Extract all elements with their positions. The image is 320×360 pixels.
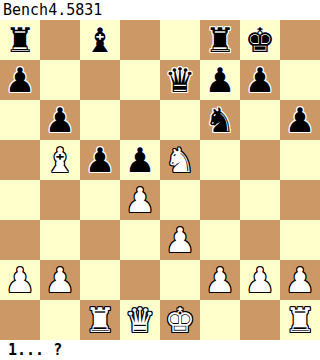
piece-white-knight: ♞ bbox=[165, 140, 195, 180]
square-b7[interactable] bbox=[40, 60, 80, 100]
piece-white-pawn: ♟ bbox=[45, 260, 75, 300]
square-f5[interactable] bbox=[200, 140, 240, 180]
square-g5[interactable] bbox=[240, 140, 280, 180]
square-h4[interactable] bbox=[280, 180, 320, 220]
piece-white-pawn: ♟ bbox=[285, 260, 315, 300]
piece-black-pawn: ♟ bbox=[285, 100, 315, 140]
square-c1[interactable]: ♜ bbox=[80, 300, 120, 340]
square-e2[interactable] bbox=[160, 260, 200, 300]
piece-black-pawn: ♟ bbox=[45, 100, 75, 140]
square-f7[interactable]: ♟ bbox=[200, 60, 240, 100]
piece-black-king: ♚ bbox=[245, 20, 275, 60]
square-d5[interactable]: ♟ bbox=[120, 140, 160, 180]
square-a3[interactable] bbox=[0, 220, 40, 260]
square-c5[interactable]: ♟ bbox=[80, 140, 120, 180]
piece-white-pawn: ♟ bbox=[245, 260, 275, 300]
square-g4[interactable] bbox=[240, 180, 280, 220]
square-e7[interactable]: ♛ bbox=[160, 60, 200, 100]
square-b4[interactable] bbox=[40, 180, 80, 220]
square-a8[interactable]: ♜ bbox=[0, 20, 40, 60]
status-bar: 1... ? bbox=[0, 340, 320, 360]
square-a5[interactable] bbox=[0, 140, 40, 180]
piece-white-pawn: ♟ bbox=[125, 180, 155, 220]
square-e1[interactable]: ♚ bbox=[160, 300, 200, 340]
piece-black-pawn: ♟ bbox=[125, 140, 155, 180]
square-d8[interactable] bbox=[120, 20, 160, 60]
square-g8[interactable]: ♚ bbox=[240, 20, 280, 60]
piece-white-pawn: ♟ bbox=[165, 220, 195, 260]
square-b5[interactable]: ♝ bbox=[40, 140, 80, 180]
square-h8[interactable] bbox=[280, 20, 320, 60]
square-d7[interactable] bbox=[120, 60, 160, 100]
square-g3[interactable] bbox=[240, 220, 280, 260]
square-c4[interactable] bbox=[80, 180, 120, 220]
piece-white-pawn: ♟ bbox=[205, 260, 235, 300]
square-c2[interactable] bbox=[80, 260, 120, 300]
square-d3[interactable] bbox=[120, 220, 160, 260]
piece-black-rook: ♜ bbox=[5, 20, 35, 60]
piece-black-knight: ♞ bbox=[205, 100, 235, 140]
square-d1[interactable]: ♛ bbox=[120, 300, 160, 340]
title-bar: Bench4.5831 bbox=[0, 0, 320, 20]
square-f6[interactable]: ♞ bbox=[200, 100, 240, 140]
square-b1[interactable] bbox=[40, 300, 80, 340]
square-e8[interactable] bbox=[160, 20, 200, 60]
square-e3[interactable]: ♟ bbox=[160, 220, 200, 260]
move-prompt: 1... ? bbox=[0, 341, 62, 359]
square-g2[interactable]: ♟ bbox=[240, 260, 280, 300]
piece-white-rook: ♜ bbox=[285, 300, 315, 340]
square-d2[interactable] bbox=[120, 260, 160, 300]
square-e4[interactable] bbox=[160, 180, 200, 220]
square-h6[interactable]: ♟ bbox=[280, 100, 320, 140]
square-h1[interactable]: ♜ bbox=[280, 300, 320, 340]
square-a2[interactable]: ♟ bbox=[0, 260, 40, 300]
square-b3[interactable] bbox=[40, 220, 80, 260]
page-title: Bench4.5831 bbox=[0, 1, 102, 19]
piece-white-rook: ♜ bbox=[85, 300, 115, 340]
square-c7[interactable] bbox=[80, 60, 120, 100]
square-e6[interactable] bbox=[160, 100, 200, 140]
piece-black-pawn: ♟ bbox=[85, 140, 115, 180]
square-b8[interactable] bbox=[40, 20, 80, 60]
square-f8[interactable]: ♜ bbox=[200, 20, 240, 60]
square-h2[interactable]: ♟ bbox=[280, 260, 320, 300]
square-g7[interactable]: ♟ bbox=[240, 60, 280, 100]
piece-black-bishop: ♝ bbox=[85, 20, 115, 60]
square-c6[interactable] bbox=[80, 100, 120, 140]
square-h5[interactable] bbox=[280, 140, 320, 180]
piece-black-pawn: ♟ bbox=[245, 60, 275, 100]
piece-black-rook: ♜ bbox=[205, 20, 235, 60]
square-f4[interactable] bbox=[200, 180, 240, 220]
piece-white-bishop: ♝ bbox=[45, 140, 75, 180]
square-c3[interactable] bbox=[80, 220, 120, 260]
square-e5[interactable]: ♞ bbox=[160, 140, 200, 180]
square-d6[interactable] bbox=[120, 100, 160, 140]
square-g1[interactable] bbox=[240, 300, 280, 340]
square-a6[interactable] bbox=[0, 100, 40, 140]
square-h7[interactable] bbox=[280, 60, 320, 100]
chess-board: ♜♝♜♚♟♛♟♟♟♞♟♝♟♟♞♟♟♟♟♟♟♟♜♛♚♜ bbox=[0, 20, 320, 340]
piece-white-king: ♚ bbox=[165, 300, 195, 340]
square-b6[interactable]: ♟ bbox=[40, 100, 80, 140]
piece-black-pawn: ♟ bbox=[5, 60, 35, 100]
square-h3[interactable] bbox=[280, 220, 320, 260]
square-d4[interactable]: ♟ bbox=[120, 180, 160, 220]
square-a7[interactable]: ♟ bbox=[0, 60, 40, 100]
square-a1[interactable] bbox=[0, 300, 40, 340]
square-c8[interactable]: ♝ bbox=[80, 20, 120, 60]
piece-white-pawn: ♟ bbox=[5, 260, 35, 300]
square-f1[interactable] bbox=[200, 300, 240, 340]
piece-black-pawn: ♟ bbox=[205, 60, 235, 100]
square-a4[interactable] bbox=[0, 180, 40, 220]
square-f2[interactable]: ♟ bbox=[200, 260, 240, 300]
piece-white-queen: ♛ bbox=[125, 300, 155, 340]
square-f3[interactable] bbox=[200, 220, 240, 260]
square-g6[interactable] bbox=[240, 100, 280, 140]
square-b2[interactable]: ♟ bbox=[40, 260, 80, 300]
chess-app: Bench4.5831 ♜♝♜♚♟♛♟♟♟♞♟♝♟♟♞♟♟♟♟♟♟♟♜♛♚♜ 1… bbox=[0, 0, 320, 360]
piece-black-queen: ♛ bbox=[165, 60, 195, 100]
